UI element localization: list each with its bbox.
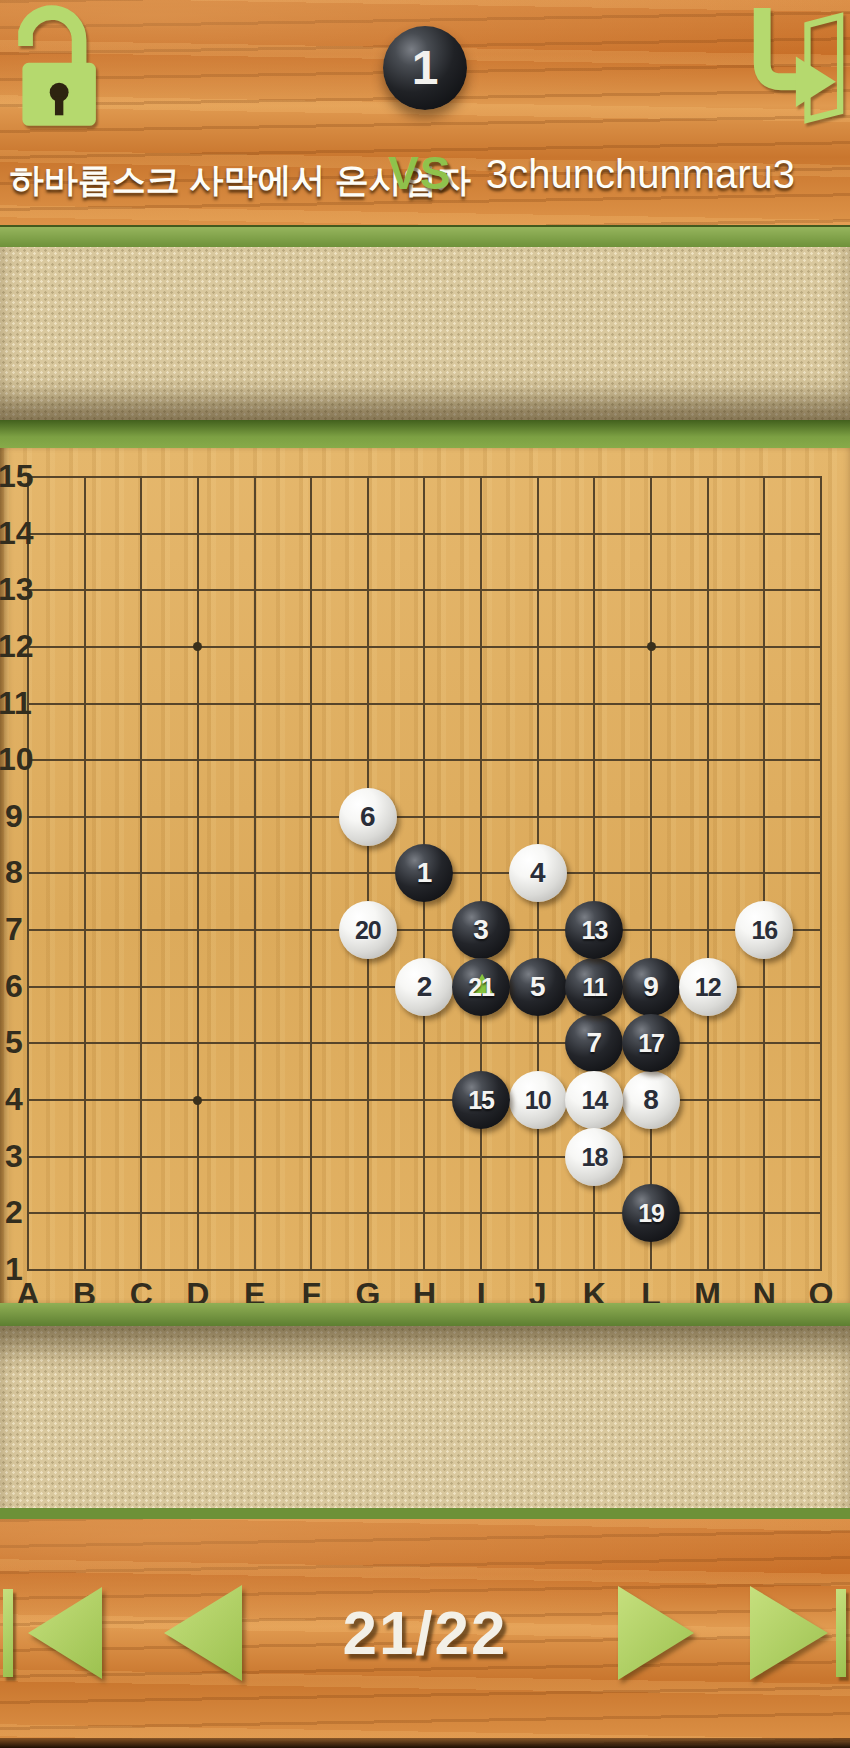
bottom-edge bbox=[0, 1738, 850, 1748]
move-number: 4 bbox=[509, 844, 567, 902]
row-label: 2 bbox=[0, 1194, 30, 1231]
stone-4-J8: 4 bbox=[509, 844, 567, 902]
grid-line-v bbox=[480, 476, 482, 1271]
move-number: 15 bbox=[452, 1071, 510, 1129]
stone-5-J6: 5 bbox=[509, 958, 567, 1016]
row-label: 14 bbox=[0, 515, 30, 552]
last-move-button[interactable] bbox=[746, 1583, 850, 1683]
move-number: 6 bbox=[339, 788, 397, 846]
green-divider-top bbox=[0, 225, 850, 249]
move-number: 10 bbox=[509, 1071, 567, 1129]
stone-18-K3: 18 bbox=[565, 1128, 623, 1186]
last-move-triangle-icon bbox=[750, 1586, 828, 1680]
move-number: 8 bbox=[622, 1071, 680, 1129]
row-label: 11 bbox=[0, 685, 30, 722]
star-point-L12 bbox=[647, 642, 656, 651]
upper-beige-panel bbox=[0, 247, 850, 420]
row-label: 8 bbox=[0, 854, 30, 891]
move-number: 1 bbox=[395, 844, 453, 902]
grid-line-h bbox=[27, 1042, 822, 1044]
exit-door-arrow-icon bbox=[748, 8, 848, 126]
move-number: 5 bbox=[509, 958, 567, 1016]
row-label: 6 bbox=[0, 968, 30, 1005]
stone-3-I7: 3 bbox=[452, 901, 510, 959]
stone-16-N7: 16 bbox=[735, 901, 793, 959]
vs-label: VS bbox=[388, 146, 451, 200]
stone-7-K5: 7 bbox=[565, 1014, 623, 1072]
stone-21-I6: 21 bbox=[452, 958, 510, 1016]
grid-line-h bbox=[27, 1156, 822, 1158]
move-number: 7 bbox=[565, 1014, 623, 1072]
move-number: 20 bbox=[339, 901, 397, 959]
last-move-bar-icon bbox=[836, 1589, 846, 1677]
grid-line-h bbox=[27, 1212, 822, 1214]
row-label: 3 bbox=[0, 1138, 30, 1175]
row-label: 9 bbox=[0, 798, 30, 835]
move-number: 21 bbox=[452, 958, 510, 1016]
grid-line-v bbox=[763, 476, 765, 1271]
stone-8-L4: 8 bbox=[622, 1071, 680, 1129]
lower-beige-panel bbox=[0, 1326, 850, 1508]
row-label: 7 bbox=[0, 911, 30, 948]
board-layer: 15A14B13C12D11E10F9G8H7I6J5K4L3M2N1O1234… bbox=[0, 448, 850, 1303]
next-move-button[interactable] bbox=[614, 1583, 698, 1683]
move-counter: 21/22 bbox=[0, 1597, 850, 1668]
lock-button[interactable] bbox=[8, 4, 104, 130]
grid-line-v bbox=[707, 476, 709, 1271]
game-board: 15A14B13C12D11E10F9G8H7I6J5K4L3M2N1O1234… bbox=[0, 448, 850, 1303]
board-frame-top bbox=[0, 420, 850, 448]
player-right-name: 3chunchunmaru3 bbox=[486, 152, 795, 197]
room-number-indicator: 1 bbox=[383, 26, 467, 110]
stone-9-L6: 9 bbox=[622, 958, 680, 1016]
star-point-D4 bbox=[193, 1096, 202, 1105]
stone-2-H6: 2 bbox=[395, 958, 453, 1016]
replay-nav-bar: 21/22 bbox=[0, 1519, 850, 1748]
omok-game-screen: 1 하바롭스크 사막에서 온사업자 VS 3chunchunmaru3 15A1… bbox=[0, 0, 850, 1748]
grid-line-h bbox=[27, 1099, 822, 1101]
stone-14-K4: 14 bbox=[565, 1071, 623, 1129]
stone-1-H8: 1 bbox=[395, 844, 453, 902]
grid-line-v bbox=[650, 476, 652, 1271]
move-number: 9 bbox=[622, 958, 680, 1016]
top-bar: 1 하바롭스크 사막에서 온사업자 VS 3chunchunmaru3 bbox=[0, 0, 850, 225]
row-label: 10 bbox=[0, 741, 30, 778]
room-number: 1 bbox=[383, 26, 467, 110]
move-number: 2 bbox=[395, 958, 453, 1016]
row-label: 12 bbox=[0, 628, 30, 665]
exit-room-button[interactable] bbox=[748, 8, 848, 126]
move-number: 13 bbox=[565, 901, 623, 959]
grid-line-h bbox=[27, 1269, 822, 1271]
row-label: 5 bbox=[0, 1024, 30, 1061]
grid-line-v bbox=[820, 476, 822, 1271]
move-number: 19 bbox=[622, 1184, 680, 1242]
stone-19-L2: 19 bbox=[622, 1184, 680, 1242]
unlocked-padlock-icon bbox=[8, 4, 104, 130]
row-label: 13 bbox=[0, 571, 30, 608]
row-label: 4 bbox=[0, 1081, 30, 1118]
next-move-triangle-icon bbox=[618, 1586, 694, 1680]
move-number: 11 bbox=[565, 958, 623, 1016]
row-label: 15 bbox=[0, 458, 30, 495]
stone-20-G7: 20 bbox=[339, 901, 397, 959]
move-number: 12 bbox=[679, 958, 737, 1016]
grid-line-h bbox=[27, 929, 822, 931]
stone-12-M6: 12 bbox=[679, 958, 737, 1016]
move-number: 18 bbox=[565, 1128, 623, 1186]
move-number: 3 bbox=[452, 901, 510, 959]
move-number: 14 bbox=[565, 1071, 623, 1129]
star-point-D12 bbox=[193, 642, 202, 651]
stone-15-I4: 15 bbox=[452, 1071, 510, 1129]
stone-6-G9: 6 bbox=[339, 788, 397, 846]
stone-10-J4: 10 bbox=[509, 1071, 567, 1129]
row-label: 1 bbox=[0, 1251, 30, 1288]
move-number: 16 bbox=[735, 901, 793, 959]
stone-13-K7: 13 bbox=[565, 901, 623, 959]
move-number: 17 bbox=[622, 1014, 680, 1072]
board-frame-bottom bbox=[0, 1303, 850, 1328]
stone-17-L5: 17 bbox=[622, 1014, 680, 1072]
stone-11-K6: 11 bbox=[565, 958, 623, 1016]
